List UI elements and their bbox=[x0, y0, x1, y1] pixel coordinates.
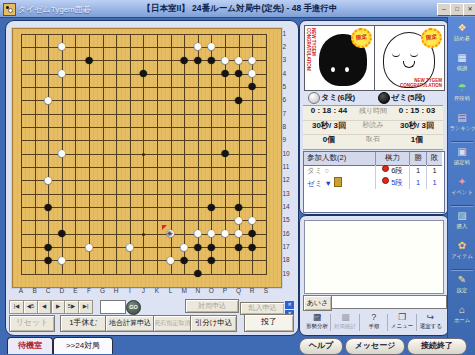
reset-button: リセット bbox=[9, 315, 55, 332]
resign-button[interactable]: 投了 bbox=[244, 314, 294, 332]
white-byoyomi: 30秒/ 3回 bbox=[303, 120, 355, 131]
sidebar-item-ランキング[interactable]: ▤ランキング bbox=[448, 111, 475, 139]
black-player-avatar: 限定 NEW TYGEMCONGRATULATION bbox=[374, 25, 445, 91]
sidebar-item-イベント[interactable]: ✦イベント bbox=[448, 175, 475, 203]
event-icon: ✦ bbox=[448, 175, 475, 189]
participant-rank: 5段 bbox=[376, 177, 410, 189]
black-player-name: ゼミ(5段) bbox=[391, 92, 425, 103]
captures-label: 取石 bbox=[355, 134, 391, 144]
tygem-go-client-window: タイゼムTygem囲碁 【日本室II】 24番ルーム対局中(定先) - 48 手… bbox=[0, 0, 475, 355]
tool-divider bbox=[387, 314, 388, 331]
promotion-match-icon: ☂ bbox=[448, 81, 475, 95]
nav-button-3[interactable]: ▶ bbox=[51, 300, 65, 314]
gold-badge bbox=[334, 177, 342, 187]
nav-button-0[interactable]: |◀ bbox=[9, 300, 24, 314]
tool-button-0[interactable]: ▦形勢分析 bbox=[303, 312, 331, 333]
sidebar-item-アイテム[interactable]: ✿アイテム bbox=[448, 239, 475, 267]
analysis-icon: ▦ bbox=[303, 312, 331, 323]
sidebar-item-棋譜[interactable]: ▦棋譜 bbox=[448, 51, 475, 79]
game-request-button: 対局申込 bbox=[185, 299, 239, 313]
sidebar-item-昇段戦[interactable]: ☂昇段戦 bbox=[448, 81, 475, 109]
purchase-icon: ▨ bbox=[448, 209, 475, 223]
losses-column-header: 敗 bbox=[427, 152, 442, 166]
participant-losses: 1 bbox=[427, 177, 442, 189]
byoyomi-label: 秒読み bbox=[355, 120, 391, 130]
participant-name[interactable]: ゼミ ▼ bbox=[304, 177, 376, 189]
nav-button-4[interactable]: 5▶ bbox=[64, 300, 79, 314]
close-button[interactable]: ✕ bbox=[463, 3, 475, 16]
help-button[interactable]: ヘルプ bbox=[299, 338, 343, 355]
nav-button-5[interactable]: ▶| bbox=[78, 300, 93, 314]
tsumego-icon: ❖ bbox=[448, 21, 475, 35]
message-button[interactable]: メッセージ bbox=[345, 338, 405, 355]
home-icon: ⌂ bbox=[448, 303, 475, 317]
sidebar-item-購入[interactable]: ▨購入 bbox=[448, 209, 475, 237]
nav-button-2[interactable]: ◀ bbox=[37, 300, 51, 314]
white-stone-icon bbox=[308, 92, 320, 104]
tool-divider bbox=[330, 314, 331, 331]
sidebar-item-label: ホーム bbox=[450, 317, 475, 323]
sidebar-item-label: 詰め碁 bbox=[450, 35, 475, 41]
pass-button[interactable]: 1手休む bbox=[60, 315, 107, 332]
rank-dot-icon bbox=[382, 165, 389, 172]
sidebar-item-label: ランキング bbox=[450, 125, 475, 131]
sidebar-item-label: 昇段戦 bbox=[450, 95, 475, 101]
white-player-avatar: NEW TYGEM CONGRATULATION! 限定 bbox=[304, 25, 375, 91]
sidebar-divider bbox=[451, 205, 473, 206]
chat-log[interactable] bbox=[304, 220, 444, 294]
timers: 0 : 18 : 44 残り時間 0 : 15 : 03 30秒/ 3回 秒読み… bbox=[303, 105, 443, 150]
sidebar-item-label: イベント bbox=[450, 189, 475, 195]
sidebar-item-label: 棋譜 bbox=[450, 65, 475, 71]
move-number-input[interactable] bbox=[100, 300, 126, 314]
count-request-button[interactable]: 地合計算申込 bbox=[105, 315, 155, 332]
tab-waiting-room[interactable]: 待機室 bbox=[7, 337, 53, 354]
participant-wins: 1 bbox=[410, 177, 427, 189]
dead-stone-cancel-button: 死石指定取消 bbox=[153, 315, 192, 332]
minimize-button[interactable]: ─ bbox=[437, 3, 451, 16]
maximize-button[interactable]: □ bbox=[450, 3, 464, 16]
sidebar-item-ホーム[interactable]: ⌂ホーム bbox=[448, 303, 475, 331]
chat-panel: あいさつ ▦形勢分析▩対局統計?手順❐メニュー↪退室する bbox=[299, 215, 449, 336]
kifu-icon: ▦ bbox=[448, 51, 475, 65]
menu-icon: ❐ bbox=[388, 312, 416, 323]
sidebar-divider bbox=[451, 269, 473, 270]
item-icon: ✿ bbox=[448, 239, 475, 253]
sidebar-item-認定戦[interactable]: ▣認定戦 bbox=[448, 145, 475, 173]
avatar-caption: NEW TYGEMCONGRATULATION bbox=[400, 78, 442, 88]
black-captures: 1個 bbox=[391, 134, 443, 145]
chat-input[interactable] bbox=[331, 295, 447, 309]
tool-label: メニュー bbox=[389, 323, 415, 329]
participant-name[interactable]: タミ ○ bbox=[304, 165, 376, 177]
go-to-move-button[interactable]: GO bbox=[126, 300, 141, 315]
sidebar-item-設定[interactable]: ✎設定 bbox=[448, 273, 475, 301]
white-player-name: タミ(6段) bbox=[321, 92, 355, 103]
sidebar-toolbar: ❖詰め碁▦棋譜☂昇段戦▤ランキング▣認定戦✦イベント▨購入✿アイテム✎設定⌂ホー… bbox=[447, 17, 475, 355]
participant-wins: 1 bbox=[410, 165, 427, 177]
black-remaining-time: 0 : 15 : 03 bbox=[391, 106, 443, 115]
participants-count-header: 参加人数(2) bbox=[304, 152, 376, 166]
participant-rank: 6段 bbox=[376, 165, 410, 177]
room-title: 【日本室II】 24番ルーム対局中(定先) - 48 手進行中 bbox=[60, 3, 420, 15]
title-bar: タイゼムTygem囲碁 【日本室II】 24番ルーム対局中(定先) - 48 手… bbox=[0, 0, 475, 18]
remaining-time-label: 残り時間 bbox=[355, 106, 391, 116]
tool-label: 対局統計 bbox=[333, 323, 359, 329]
greeting-button[interactable]: あいさつ bbox=[303, 295, 332, 311]
tool-label: 形勢分析 bbox=[304, 323, 330, 329]
tool-label: 退室する bbox=[418, 323, 444, 329]
tool-divider bbox=[359, 314, 360, 331]
goban[interactable] bbox=[12, 28, 282, 288]
tool-button-2[interactable]: ?手順 bbox=[360, 312, 388, 333]
tool-disabled-button-1: ▩対局統計 bbox=[331, 312, 359, 333]
tool-divider bbox=[416, 314, 417, 331]
wins-column-header: 勝 bbox=[410, 152, 427, 166]
settings-icon: ✎ bbox=[448, 273, 475, 287]
white-captures: 0個 bbox=[303, 134, 355, 145]
sidebar-item-label: アイテム bbox=[450, 253, 475, 259]
rank-column-header: 棋力 bbox=[376, 152, 410, 166]
disconnect-button[interactable]: 接続終了 bbox=[407, 338, 467, 355]
avatar-caption: NEW TYGEM CONGRATULATION! bbox=[306, 28, 316, 90]
nav-button-1[interactable]: ◀5 bbox=[23, 300, 38, 314]
participant-losses: 1 bbox=[427, 165, 442, 177]
rank-dot-icon bbox=[382, 177, 389, 184]
certification-match-icon: ▣ bbox=[448, 145, 475, 159]
leave-room-icon: ↪ bbox=[417, 312, 445, 323]
sidebar-item-label: 認定戦 bbox=[450, 159, 475, 165]
tool-label: 手順 bbox=[361, 323, 387, 329]
move-order-icon: ? bbox=[360, 312, 388, 323]
game-info-panel: NEW TYGEM CONGRATULATION! 限定 限定 NEW TYGE… bbox=[299, 20, 449, 215]
sidebar-item-label: 購入 bbox=[450, 223, 475, 229]
app-icon bbox=[3, 3, 16, 16]
sidebar-divider bbox=[451, 141, 473, 142]
sidebar-item-label: 設定 bbox=[450, 287, 475, 293]
tool-button-3[interactable]: ❐メニュー bbox=[388, 312, 416, 333]
black-stone-icon bbox=[378, 92, 390, 104]
tab-current-game[interactable]: >>24対局 bbox=[53, 337, 113, 354]
participants-table: 参加人数(2) 棋力 勝 敗 タミ ○6段11ゼミ ▼5段11 bbox=[303, 151, 445, 213]
white-remaining-time: 0 : 18 : 44 bbox=[303, 106, 355, 115]
draw-request-button[interactable]: 引分け申込 bbox=[190, 315, 237, 332]
sidebar-item-詰め碁[interactable]: ❖詰め碁 bbox=[448, 21, 475, 49]
tool-button-4[interactable]: ↪退室する bbox=[417, 312, 445, 333]
ranking-icon: ▤ bbox=[448, 111, 475, 125]
black-byoyomi: 30秒/ 3回 bbox=[391, 120, 443, 131]
statistics-icon: ▩ bbox=[331, 312, 359, 323]
